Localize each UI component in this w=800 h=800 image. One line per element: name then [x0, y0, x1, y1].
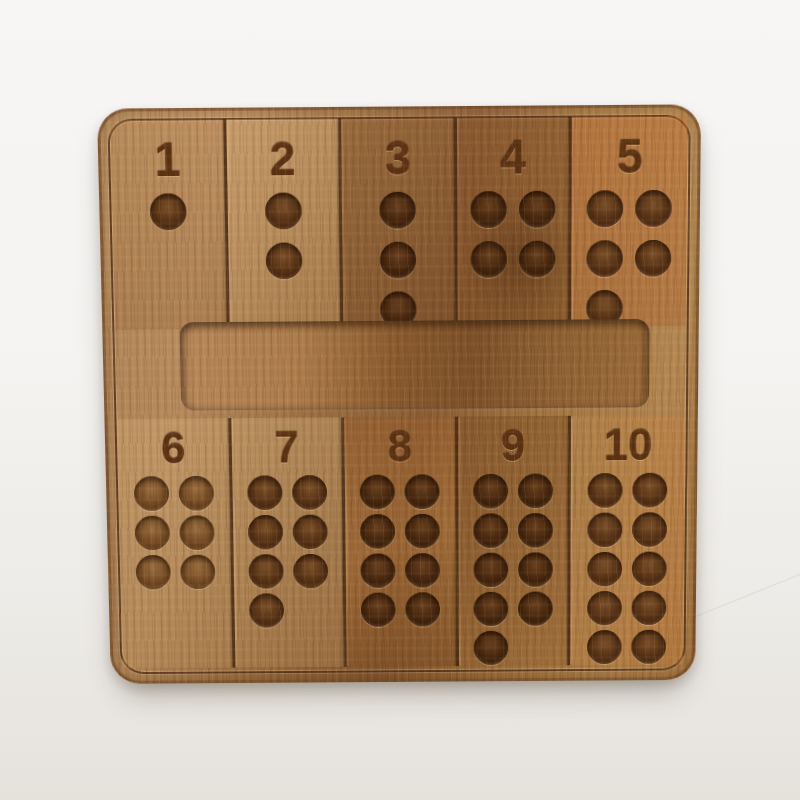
number-column-5: 5: [572, 116, 688, 327]
number-column-2: 2: [226, 118, 344, 329]
engraved-number-10: 10: [603, 423, 652, 467]
peg-hole-group-10: [587, 473, 667, 664]
engraved-number-8: 8: [387, 425, 412, 469]
peg-hole[interactable]: [361, 514, 396, 549]
peg-hole[interactable]: [361, 593, 396, 627]
peg-hole[interactable]: [247, 475, 282, 510]
peg-hole[interactable]: [471, 241, 507, 278]
peg-hole[interactable]: [405, 514, 440, 549]
peg-hole[interactable]: [518, 591, 553, 625]
peg-hole-group-2: [241, 192, 327, 279]
number-column-6: 6: [117, 418, 235, 668]
counting-board: 12345 678910: [97, 104, 701, 684]
peg-hole[interactable]: [588, 513, 623, 548]
peg-hole[interactable]: [180, 555, 215, 589]
peg-hole-group-4: [470, 191, 555, 278]
background-crease: [695, 560, 800, 617]
peg-hole[interactable]: [587, 190, 624, 227]
hole-row: [474, 630, 553, 664]
peg-hole-group-7: [247, 475, 328, 628]
peg-hole[interactable]: [587, 630, 622, 664]
hole-row: [471, 241, 556, 278]
peg-hole[interactable]: [632, 552, 667, 587]
peg-hole[interactable]: [380, 242, 417, 279]
hole-row: [361, 592, 440, 627]
peg-hole[interactable]: [380, 192, 417, 229]
engraved-number-1: 1: [154, 136, 181, 183]
engraved-number-5: 5: [617, 133, 643, 180]
peg-hole[interactable]: [587, 591, 622, 625]
hole-row: [587, 591, 666, 626]
peg-hole[interactable]: [265, 193, 302, 230]
number-column-8: 8: [344, 417, 458, 667]
engraved-number-2: 2: [269, 135, 296, 182]
hole-row: [248, 554, 328, 589]
hole-row: [360, 474, 440, 509]
peg-hole[interactable]: [470, 191, 506, 228]
peg-hole[interactable]: [474, 553, 509, 587]
hole-row: [474, 591, 553, 626]
hole-row: [356, 242, 441, 279]
hole-row: [249, 593, 328, 628]
number-column-1: 1: [110, 119, 229, 330]
peg-hole[interactable]: [473, 513, 508, 548]
peg-hole[interactable]: [632, 591, 667, 625]
engraved-number-7: 7: [274, 426, 299, 470]
peg-hole[interactable]: [249, 593, 284, 627]
number-column-9: 9: [458, 416, 571, 666]
peg-hole[interactable]: [180, 515, 215, 550]
peg-hole[interactable]: [632, 473, 667, 508]
peg-hole[interactable]: [518, 513, 553, 548]
number-column-4: 4: [457, 117, 572, 328]
peg-hole[interactable]: [406, 592, 441, 626]
hole-row: [470, 191, 555, 228]
peg-hole[interactable]: [361, 553, 396, 587]
hole-row: [241, 242, 326, 279]
hole-row: [241, 192, 326, 229]
peg-hole[interactable]: [136, 555, 171, 589]
number-column-7: 7: [231, 417, 347, 667]
peg-hole[interactable]: [150, 193, 187, 230]
hole-row: [356, 192, 441, 229]
peg-hole[interactable]: [292, 475, 327, 510]
hole-row: [361, 514, 441, 549]
peg-hole[interactable]: [635, 240, 672, 277]
number-column-10: 10: [571, 415, 685, 665]
peg-hole[interactable]: [248, 515, 283, 550]
hole-row: [135, 515, 215, 550]
hole-row: [248, 515, 328, 550]
hole-row: [588, 512, 668, 547]
peg-hole-group-8: [360, 474, 440, 627]
peg-hole[interactable]: [292, 515, 327, 550]
peg-hole[interactable]: [248, 554, 283, 588]
engraved-number-4: 4: [500, 133, 526, 180]
peg-hole[interactable]: [135, 516, 170, 551]
peg-hole[interactable]: [518, 474, 553, 509]
peg-hole[interactable]: [473, 474, 508, 509]
hole-row: [587, 240, 672, 277]
peg-hole-group-1: [126, 193, 212, 230]
peg-hole[interactable]: [587, 240, 623, 277]
hole-row: [587, 190, 672, 227]
peg-hole[interactable]: [519, 191, 555, 228]
top-row-numbers-1-5: 12345: [110, 116, 687, 321]
hole-row: [473, 474, 553, 509]
hole-row: [247, 475, 327, 510]
peg-hole[interactable]: [587, 552, 622, 587]
hole-row: [134, 476, 214, 511]
peg-hole[interactable]: [293, 554, 328, 588]
peg-hole[interactable]: [474, 631, 509, 665]
peg-hole[interactable]: [519, 241, 555, 278]
peg-hole-group-3: [356, 192, 442, 329]
peg-hole-group-5: [586, 190, 672, 327]
peg-hole[interactable]: [360, 475, 395, 510]
peg-hole[interactable]: [635, 190, 672, 227]
hole-row: [136, 555, 216, 590]
number-column-3: 3: [341, 117, 457, 328]
peg-hole[interactable]: [631, 630, 666, 664]
engraved-number-6: 6: [161, 426, 186, 470]
hole-row: [474, 552, 553, 587]
peg-hole[interactable]: [266, 242, 303, 279]
hole-row: [587, 552, 666, 587]
hole-row: [361, 553, 440, 588]
hole-row: [126, 193, 212, 230]
hole-row: [473, 513, 552, 548]
engraved-number-9: 9: [501, 424, 525, 468]
peg-hole[interactable]: [474, 592, 509, 626]
bottom-row-numbers-6-10: 678910: [117, 415, 684, 668]
hole-row: [588, 473, 668, 508]
peg-hole[interactable]: [588, 473, 623, 508]
peg-hole[interactable]: [632, 512, 667, 547]
peg-hole[interactable]: [405, 474, 440, 509]
engraved-number-3: 3: [385, 134, 411, 181]
peg-hole[interactable]: [179, 476, 214, 511]
peg-hole[interactable]: [518, 552, 553, 586]
peg-hole-group-6: [134, 476, 216, 590]
peg-storage-tray[interactable]: [179, 319, 649, 411]
peg-hole-group-9: [473, 474, 553, 665]
peg-hole[interactable]: [406, 553, 441, 587]
hole-row: [587, 630, 666, 664]
peg-hole[interactable]: [134, 476, 170, 511]
